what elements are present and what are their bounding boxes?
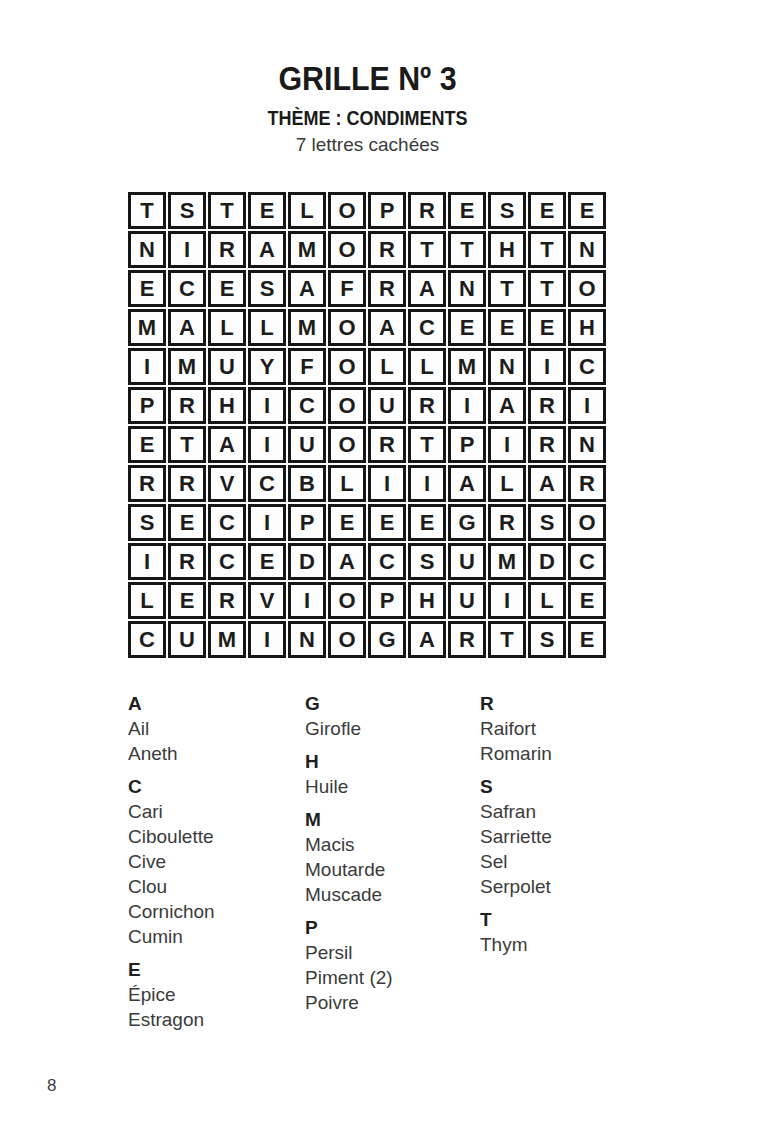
grid-cell-r3c6: F [328, 270, 366, 307]
grid-cell-r1c5: L [288, 192, 326, 229]
grid-cell-r8c2: R [168, 465, 206, 502]
word-item: Cive [128, 849, 305, 874]
grid-cell-r11c5: I [288, 582, 326, 619]
grid-cell-r1c3: T [208, 192, 246, 229]
grid-cell-r12c8: A [408, 621, 446, 658]
grid-cell-r8c7: I [368, 465, 406, 502]
word-item: Piment (2) [305, 965, 480, 990]
grid-cell-r11c8: H [408, 582, 446, 619]
word-group-letter-P: P [305, 915, 480, 940]
puzzle-header: GRILLE Nº 3 THÈME : CONDIMENTS 7 lettres… [128, 60, 607, 156]
grid-cell-r3c5: A [288, 270, 326, 307]
grid-cell-r7c8: T [408, 426, 446, 463]
grid-cell-r11c11: L [528, 582, 566, 619]
word-list: AAilAnethCCariCibouletteCiveClouCornicho… [128, 691, 648, 1032]
grid-cell-r1c12: E [568, 192, 606, 229]
grid-cell-r6c10: A [488, 387, 526, 424]
word-item: Girofle [305, 716, 480, 741]
grid-cell-r11c4: V [248, 582, 286, 619]
grid-cell-r12c11: S [528, 621, 566, 658]
word-item: Raifort [480, 716, 648, 741]
word-item: Clou [128, 874, 305, 899]
word-item: Safran [480, 799, 648, 824]
grid-cell-r10c4: E [248, 543, 286, 580]
grid-cell-r10c2: R [168, 543, 206, 580]
grid-cell-r6c9: I [448, 387, 486, 424]
word-item: Cumin [128, 924, 305, 949]
grid-cell-r5c5: F [288, 348, 326, 385]
grid-cell-r1c11: E [528, 192, 566, 229]
grid-cell-r12c4: I [248, 621, 286, 658]
grid-cell-r1c2: S [168, 192, 206, 229]
grid-cell-r6c3: H [208, 387, 246, 424]
word-item: Serpolet [480, 874, 648, 899]
grid-cell-r3c8: A [408, 270, 446, 307]
word-item: Macis [305, 832, 480, 857]
grid-cell-r8c5: B [288, 465, 326, 502]
grid-cell-r9c5: P [288, 504, 326, 541]
grid-cell-r12c1: C [128, 621, 166, 658]
puzzle-page: GRILLE Nº 3 THÈME : CONDIMENTS 7 lettres… [0, 0, 760, 1141]
grid-cell-r1c6: O [328, 192, 366, 229]
grid-cell-r5c10: N [488, 348, 526, 385]
word-group-letter-T: T [480, 907, 648, 932]
grid-cell-r4c12: H [568, 309, 606, 346]
word-item: Cari [128, 799, 305, 824]
puzzle-theme: THÈME : CONDIMENTS [152, 107, 583, 130]
grid-cell-r12c12: E [568, 621, 606, 658]
grid-cell-r6c8: R [408, 387, 446, 424]
word-item: Sarriette [480, 824, 648, 849]
grid-cell-r5c2: M [168, 348, 206, 385]
word-list-column: RRaifortRomarinSSafranSarrietteSelSerpol… [480, 691, 648, 1032]
grid-cell-r4c4: L [248, 309, 286, 346]
grid-cell-r2c7: R [368, 231, 406, 268]
grid-cell-r11c1: L [128, 582, 166, 619]
grid-cell-r7c9: P [448, 426, 486, 463]
word-item: Épice [128, 982, 305, 1007]
grid-cell-r5c1: I [128, 348, 166, 385]
grid-cell-r12c2: U [168, 621, 206, 658]
grid-cell-r2c9: T [448, 231, 486, 268]
word-item: Thym [480, 932, 648, 957]
word-group-letter-M: M [305, 807, 480, 832]
grid-cell-r9c11: S [528, 504, 566, 541]
grid-cell-r5c6: O [328, 348, 366, 385]
grid-cell-r12c6: O [328, 621, 366, 658]
grid-cell-r2c1: N [128, 231, 166, 268]
word-group-letter-C: C [128, 774, 305, 799]
word-list-column: GGirofleHHuileMMacisMoutardeMuscadePPers… [305, 691, 480, 1032]
word-item: Aneth [128, 741, 305, 766]
grid-cell-r7c5: U [288, 426, 326, 463]
grid-cell-r9c1: S [128, 504, 166, 541]
grid-cell-r8c1: R [128, 465, 166, 502]
grid-cell-r5c11: I [528, 348, 566, 385]
grid-cell-r4c11: E [528, 309, 566, 346]
grid-cell-r6c12: I [568, 387, 606, 424]
grid-cell-r7c12: N [568, 426, 606, 463]
grid-cell-r2c10: H [488, 231, 526, 268]
grid-cell-r3c7: R [368, 270, 406, 307]
grid-cell-r7c7: R [368, 426, 406, 463]
word-list-column: AAilAnethCCariCibouletteCiveClouCornicho… [128, 691, 305, 1032]
grid-cell-r7c6: O [328, 426, 366, 463]
word-group-letter-A: A [128, 691, 305, 716]
word-item: Ail [128, 716, 305, 741]
grid-cell-r7c2: T [168, 426, 206, 463]
grid-cell-r9c9: G [448, 504, 486, 541]
grid-cell-r8c3: V [208, 465, 246, 502]
grid-cell-r5c3: U [208, 348, 246, 385]
grid-cell-r3c12: O [568, 270, 606, 307]
grid-cell-r4c10: E [488, 309, 526, 346]
word-group-letter-E: E [128, 957, 305, 982]
grid-cell-r10c11: D [528, 543, 566, 580]
page-title: GRILLE Nº 3 [147, 60, 588, 98]
grid-cell-r3c4: S [248, 270, 286, 307]
grid-cell-r8c8: I [408, 465, 446, 502]
grid-cell-r7c4: I [248, 426, 286, 463]
grid-cell-r9c4: I [248, 504, 286, 541]
grid-cell-r7c11: R [528, 426, 566, 463]
grid-cell-r9c6: E [328, 504, 366, 541]
grid-cell-r4c6: O [328, 309, 366, 346]
grid-cell-r10c8: S [408, 543, 446, 580]
grid-cell-r8c6: L [328, 465, 366, 502]
grid-cell-r11c9: U [448, 582, 486, 619]
grid-cell-r1c8: R [408, 192, 446, 229]
grid-cell-r9c3: C [208, 504, 246, 541]
grid-cell-r2c6: O [328, 231, 366, 268]
grid-cell-r10c12: C [568, 543, 606, 580]
grid-cell-r2c11: T [528, 231, 566, 268]
grid-cell-r7c3: A [208, 426, 246, 463]
grid-cell-r6c2: R [168, 387, 206, 424]
grid-cell-r2c3: R [208, 231, 246, 268]
grid-cell-r10c3: C [208, 543, 246, 580]
grid-cell-r6c1: P [128, 387, 166, 424]
grid-cell-r5c9: M [448, 348, 486, 385]
grid-cell-r11c12: E [568, 582, 606, 619]
grid-cell-r7c10: I [488, 426, 526, 463]
grid-cell-r2c2: I [168, 231, 206, 268]
word-item: Poivre [305, 990, 480, 1015]
grid-cell-r9c2: E [168, 504, 206, 541]
grid-cell-r11c6: O [328, 582, 366, 619]
grid-cell-r6c7: U [368, 387, 406, 424]
grid-cell-r10c6: A [328, 543, 366, 580]
grid-cell-r2c8: T [408, 231, 446, 268]
word-item: Ciboulette [128, 824, 305, 849]
grid-cell-r10c10: M [488, 543, 526, 580]
grid-cell-r8c4: C [248, 465, 286, 502]
grid-cell-r2c12: N [568, 231, 606, 268]
grid-cell-r10c1: I [128, 543, 166, 580]
grid-cell-r3c10: T [488, 270, 526, 307]
grid-cell-r5c7: L [368, 348, 406, 385]
word-group-letter-R: R [480, 691, 648, 716]
grid-cell-r1c7: P [368, 192, 406, 229]
hidden-letters-note: 7 lettres cachées [128, 134, 607, 156]
grid-cell-r4c5: M [288, 309, 326, 346]
grid-cell-r2c5: M [288, 231, 326, 268]
grid-cell-r4c8: C [408, 309, 446, 346]
grid-cell-r4c7: A [368, 309, 406, 346]
grid-cell-r12c9: R [448, 621, 486, 658]
grid-cell-r6c5: C [288, 387, 326, 424]
grid-cell-r8c11: A [528, 465, 566, 502]
grid-cell-r8c9: A [448, 465, 486, 502]
word-item: Huile [305, 774, 480, 799]
grid-cell-r6c4: I [248, 387, 286, 424]
grid-cell-r5c8: L [408, 348, 446, 385]
grid-cell-r11c3: R [208, 582, 246, 619]
word-item: Sel [480, 849, 648, 874]
grid-cell-r2c4: A [248, 231, 286, 268]
grid-cell-r9c7: E [368, 504, 406, 541]
grid-cell-r3c9: N [448, 270, 486, 307]
grid-cell-r4c3: L [208, 309, 246, 346]
grid-cell-r8c10: L [488, 465, 526, 502]
page-number: 8 [47, 1076, 56, 1096]
grid-cell-r12c3: M [208, 621, 246, 658]
grid-cell-r10c9: U [448, 543, 486, 580]
word-item: Estragon [128, 1007, 305, 1032]
grid-cell-r4c9: E [448, 309, 486, 346]
grid-cell-r4c2: A [168, 309, 206, 346]
grid-cell-r12c7: G [368, 621, 406, 658]
grid-cell-r1c10: S [488, 192, 526, 229]
grid-cell-r6c11: R [528, 387, 566, 424]
grid-cell-r12c10: T [488, 621, 526, 658]
grid-cell-r9c8: E [408, 504, 446, 541]
word-group-letter-H: H [305, 749, 480, 774]
grid-cell-r11c2: E [168, 582, 206, 619]
grid-cell-r10c7: C [368, 543, 406, 580]
word-item: Cornichon [128, 899, 305, 924]
grid-cell-r1c4: E [248, 192, 286, 229]
grid-cell-r11c10: I [488, 582, 526, 619]
grid-cell-r12c5: N [288, 621, 326, 658]
grid-cell-r9c12: O [568, 504, 606, 541]
word-item: Muscade [305, 882, 480, 907]
grid-cell-r3c11: T [528, 270, 566, 307]
grid-cell-r1c1: T [128, 192, 166, 229]
grid-cell-r3c3: E [208, 270, 246, 307]
grid-cell-r3c1: E [128, 270, 166, 307]
grid-cell-r5c4: Y [248, 348, 286, 385]
grid-cell-r3c2: C [168, 270, 206, 307]
word-group-letter-G: G [305, 691, 480, 716]
word-item: Persil [305, 940, 480, 965]
grid-cell-r8c12: R [568, 465, 606, 502]
grid-cell-r1c9: E [448, 192, 486, 229]
word-item: Moutarde [305, 857, 480, 882]
grid-cell-r5c12: C [568, 348, 606, 385]
grid-cell-r10c5: D [288, 543, 326, 580]
word-search-grid: TSTELOPRESEENIRAMORTTHTNECESAFRANTTOMALL… [128, 192, 606, 658]
grid-cell-r6c6: O [328, 387, 366, 424]
word-item: Romarin [480, 741, 648, 766]
grid-cell-r7c1: E [128, 426, 166, 463]
grid-cell-r9c10: R [488, 504, 526, 541]
grid-cell-r11c7: P [368, 582, 406, 619]
grid-cell-r4c1: M [128, 309, 166, 346]
word-group-letter-S: S [480, 774, 648, 799]
